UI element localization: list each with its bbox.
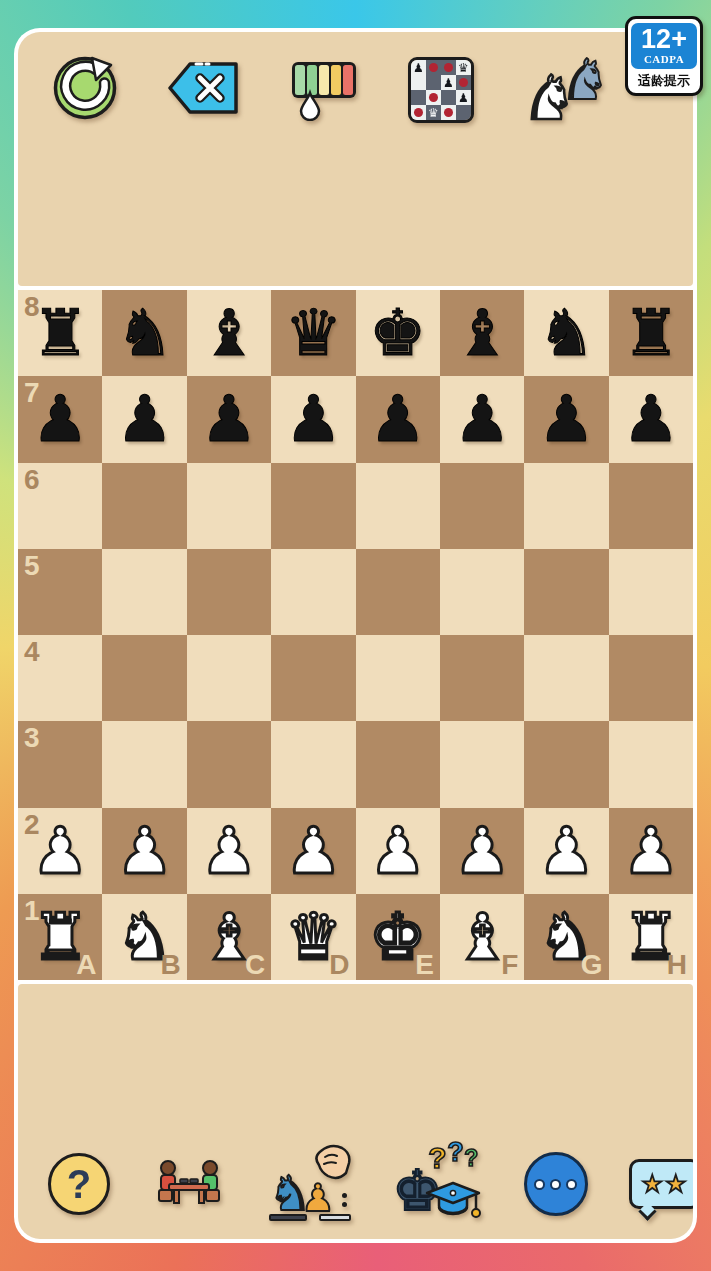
- stars-bubble-icon: ★★: [641, 1172, 688, 1196]
- mini-board-cell: ♟: [441, 75, 456, 90]
- square-h6[interactable]: [609, 463, 693, 549]
- motion-dots-icon: [342, 1193, 347, 1207]
- learn-chess-button[interactable]: ♚ ? ? ?: [392, 1145, 482, 1223]
- black-pawn[interactable]: ♟: [116, 387, 173, 451]
- help-button[interactable]: ?: [48, 1153, 110, 1215]
- black-pawn[interactable]: ♟: [622, 387, 679, 451]
- hand-icon: [311, 1143, 353, 1183]
- square-h2[interactable]: ♟: [609, 808, 693, 894]
- square-d8[interactable]: ♛: [271, 290, 355, 376]
- square-f5[interactable]: [440, 549, 524, 635]
- mini-board-cell: [456, 105, 471, 120]
- chat-dots-icon: [534, 1179, 545, 1190]
- black-queen[interactable]: ♛: [285, 301, 342, 365]
- mini-board-cell: [411, 90, 426, 105]
- top-panel: ♟♛♟♟♛ ♞ ♞: [18, 32, 693, 286]
- mini-board-cell: ♛: [456, 60, 471, 75]
- square-e7[interactable]: ♟: [356, 376, 440, 462]
- file-label: H: [667, 951, 687, 979]
- file-label: C: [245, 951, 265, 979]
- square-g6[interactable]: [524, 463, 608, 549]
- chat-dots-icon: [566, 1179, 577, 1190]
- mini-board-cell: ♛: [426, 105, 441, 120]
- square-c1[interactable]: C♝: [187, 894, 271, 980]
- square-b2[interactable]: ♟: [102, 808, 186, 894]
- black-pawn[interactable]: ♟: [200, 387, 257, 451]
- square-h3[interactable]: [609, 721, 693, 807]
- square-g7[interactable]: ♟: [524, 376, 608, 462]
- black-bishop[interactable]: ♝: [453, 301, 510, 365]
- rank-label: 1: [24, 897, 40, 925]
- square-g4[interactable]: [524, 635, 608, 721]
- square-f2[interactable]: ♟: [440, 808, 524, 894]
- mini-board-cell: [411, 105, 426, 120]
- backspace-x-icon: [166, 58, 240, 118]
- square-a7[interactable]: 7♟: [18, 376, 102, 462]
- rank-label: 4: [24, 638, 40, 666]
- square-c5[interactable]: [187, 549, 271, 635]
- two-knights-icon[interactable]: ♞ ♞: [522, 52, 610, 128]
- mini-board-cell: [426, 90, 441, 105]
- square-d7[interactable]: ♟: [271, 376, 355, 462]
- black-knight[interactable]: ♞: [116, 301, 173, 365]
- square-c7[interactable]: ♟: [187, 376, 271, 462]
- square-e3[interactable]: [356, 721, 440, 807]
- square-f6[interactable]: [440, 463, 524, 549]
- rank-label: 7: [24, 379, 40, 407]
- mini-board-cell: ♟: [456, 90, 471, 105]
- square-d3[interactable]: [271, 721, 355, 807]
- file-label: A: [76, 951, 96, 979]
- bottom-panel: ? ♞ ♟: [18, 984, 693, 1239]
- square-c2[interactable]: ♟: [187, 808, 271, 894]
- graduation-cap-icon: [424, 1177, 482, 1223]
- mini-board-cell: [456, 75, 471, 90]
- square-h1[interactable]: H♜: [609, 894, 693, 980]
- black-pawn[interactable]: ♟: [369, 387, 426, 451]
- age-rating-inner: 12+ CADPA: [631, 23, 697, 69]
- question-icon: ?: [428, 1143, 446, 1173]
- square-c6[interactable]: [187, 463, 271, 549]
- bubble-tail-icon: [638, 1202, 656, 1220]
- mini-board-cell: [441, 90, 456, 105]
- bottom-toolbar: ? ♞ ♟: [18, 1145, 693, 1223]
- square-e5[interactable]: [356, 549, 440, 635]
- restart-icon: [52, 55, 118, 121]
- white-pawn[interactable]: ♟: [116, 819, 173, 883]
- question-mark-icon: ?: [67, 1162, 91, 1207]
- rank-label: 2: [24, 811, 40, 839]
- age-rating-value: 12+: [631, 26, 697, 53]
- chat-dots-icon: [550, 1179, 561, 1190]
- white-knight-icon: ♞: [522, 67, 577, 128]
- mini-board-cell: [441, 105, 456, 120]
- black-pawn[interactable]: ♟: [285, 387, 342, 451]
- white-pawn[interactable]: ♟: [538, 819, 595, 883]
- rank-label: 8: [24, 293, 40, 321]
- question-icon: ?: [464, 1147, 478, 1170]
- square-a1[interactable]: 1A♜: [18, 894, 102, 980]
- two-player-button[interactable]: [151, 1151, 227, 1217]
- square-g3[interactable]: [524, 721, 608, 807]
- square-b8[interactable]: ♞: [102, 290, 186, 376]
- white-pawn[interactable]: ♟: [200, 819, 257, 883]
- mini-board-cell: [441, 60, 456, 75]
- square-a3[interactable]: 3: [18, 721, 102, 807]
- file-label: E: [415, 951, 434, 979]
- black-bishop[interactable]: ♝: [200, 301, 257, 365]
- black-knight[interactable]: ♞: [538, 301, 595, 365]
- square-e6[interactable]: [356, 463, 440, 549]
- white-pawn[interactable]: ♟: [369, 819, 426, 883]
- square-f1[interactable]: F♝: [440, 894, 524, 980]
- square-g5[interactable]: [524, 549, 608, 635]
- square-f4[interactable]: [440, 635, 524, 721]
- square-h7[interactable]: ♟: [609, 376, 693, 462]
- square-a4[interactable]: 4: [18, 635, 102, 721]
- square-e1[interactable]: E♚: [356, 894, 440, 980]
- board-base-icon: [319, 1214, 351, 1221]
- square-c3[interactable]: [187, 721, 271, 807]
- rank-label: 3: [24, 724, 40, 752]
- mini-chessboard-icon[interactable]: ♟♛♟♟♛: [408, 57, 474, 123]
- chess-board[interactable]: 8♜♞♝♛♚♝♞♜7♟♟♟♟♟♟♟♟65432♟♟♟♟♟♟♟♟1A♜B♞C♝D♛…: [18, 290, 693, 980]
- square-c4[interactable]: [187, 635, 271, 721]
- chat-button[interactable]: [524, 1152, 588, 1216]
- black-pawn[interactable]: ♟: [32, 387, 89, 451]
- square-a6[interactable]: 6: [18, 463, 102, 549]
- square-c8[interactable]: ♝: [187, 290, 271, 376]
- mini-board-cell: [411, 75, 426, 90]
- square-a2[interactable]: 2♟: [18, 808, 102, 894]
- rank-label: 5: [24, 552, 40, 580]
- square-a8[interactable]: 8♜: [18, 290, 102, 376]
- square-f3[interactable]: [440, 721, 524, 807]
- undo-button[interactable]: [166, 58, 240, 122]
- restart-button[interactable]: [52, 55, 118, 125]
- app-window: ♟♛♟♟♛ ♞ ♞ 8♜♞♝♛♚♝♞♜7♟♟♟♟♟♟♟♟65432♟♟♟♟♟♟♟…: [14, 28, 697, 1243]
- mini-board-cell: [426, 60, 441, 75]
- players-table-icon: [151, 1151, 227, 1213]
- square-g8[interactable]: ♞: [524, 290, 608, 376]
- square-h5[interactable]: [609, 549, 693, 635]
- rate-app-button[interactable]: ★★: [629, 1159, 693, 1209]
- file-label: G: [581, 951, 603, 979]
- black-pawn[interactable]: ♟: [453, 387, 510, 451]
- black-pawn[interactable]: ♟: [538, 387, 595, 451]
- white-pawn[interactable]: ♟: [32, 819, 89, 883]
- black-rook[interactable]: ♜: [32, 301, 89, 365]
- square-d6[interactable]: [271, 463, 355, 549]
- file-label: F: [501, 951, 518, 979]
- square-d2[interactable]: ♟: [271, 808, 355, 894]
- board-base-icon: [269, 1214, 307, 1221]
- square-d5[interactable]: [271, 549, 355, 635]
- square-f8[interactable]: ♝: [440, 290, 524, 376]
- play-move-button[interactable]: ♞ ♟: [269, 1147, 351, 1221]
- file-label: D: [329, 951, 349, 979]
- age-rating-org: CADPA: [631, 53, 697, 65]
- square-b6[interactable]: [102, 463, 186, 549]
- square-b5[interactable]: [102, 549, 186, 635]
- square-a5[interactable]: 5: [18, 549, 102, 635]
- square-e2[interactable]: ♟: [356, 808, 440, 894]
- square-g1[interactable]: G♞: [524, 894, 608, 980]
- square-f7[interactable]: ♟: [440, 376, 524, 462]
- square-b7[interactable]: ♟: [102, 376, 186, 462]
- mini-board-cell: ♟: [411, 60, 426, 75]
- file-label: B: [161, 951, 181, 979]
- square-b4[interactable]: [102, 635, 186, 721]
- question-icon: ?: [447, 1139, 464, 1166]
- white-pawn[interactable]: ♟: [285, 819, 342, 883]
- square-h8[interactable]: ♜: [609, 290, 693, 376]
- square-e4[interactable]: [356, 635, 440, 721]
- pawn-icon: ♟: [301, 1179, 335, 1217]
- age-rating-badge[interactable]: 12+ CADPA 适龄提示: [625, 16, 703, 96]
- white-pawn[interactable]: ♟: [622, 819, 679, 883]
- age-rating-caption: 适龄提示: [631, 69, 697, 90]
- square-d1[interactable]: D♛: [271, 894, 355, 980]
- rank-label: 6: [24, 466, 40, 494]
- black-king[interactable]: ♚: [369, 301, 426, 365]
- square-b1[interactable]: B♞: [102, 894, 186, 980]
- mini-board-cell: [426, 75, 441, 90]
- square-b3[interactable]: [102, 721, 186, 807]
- square-g2[interactable]: ♟: [524, 808, 608, 894]
- meter-droplet-icon: [288, 55, 360, 121]
- square-d4[interactable]: [271, 635, 355, 721]
- difficulty-meter-button[interactable]: [288, 55, 360, 125]
- square-h4[interactable]: [609, 635, 693, 721]
- top-toolbar: ♟♛♟♟♛ ♞ ♞: [18, 32, 693, 138]
- black-rook[interactable]: ♜: [622, 301, 679, 365]
- square-e8[interactable]: ♚: [356, 290, 440, 376]
- white-pawn[interactable]: ♟: [453, 819, 510, 883]
